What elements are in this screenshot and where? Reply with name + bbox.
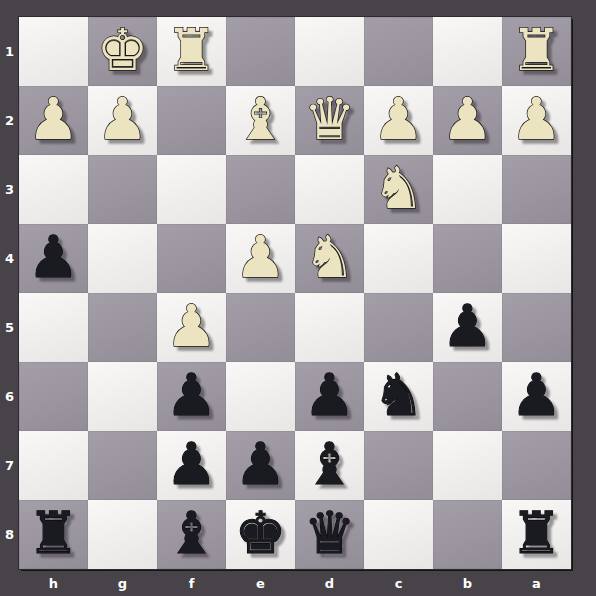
square-g3[interactable] bbox=[88, 155, 157, 224]
square-g8[interactable] bbox=[88, 500, 157, 569]
square-f7[interactable]: ♟ bbox=[157, 431, 226, 500]
square-f6[interactable]: ♟ bbox=[157, 362, 226, 431]
square-c7[interactable] bbox=[364, 431, 433, 500]
file-label-a: a bbox=[502, 570, 571, 596]
white-king-g1[interactable]: ♚ bbox=[97, 21, 149, 79]
black-rook-h8[interactable]: ♜ bbox=[28, 504, 80, 562]
square-a2[interactable]: ♟ bbox=[502, 86, 571, 155]
square-e3[interactable] bbox=[226, 155, 295, 224]
rank-labels: 12345678 bbox=[0, 17, 19, 569]
white-pawn-c2[interactable]: ♟ bbox=[373, 90, 425, 148]
white-rook-a1[interactable]: ♜ bbox=[511, 21, 563, 79]
square-c6[interactable]: ♞ bbox=[364, 362, 433, 431]
square-e5[interactable] bbox=[226, 293, 295, 362]
rank-label-2: 2 bbox=[0, 86, 19, 155]
rank-label-1: 1 bbox=[0, 17, 19, 86]
square-f5[interactable]: ♟ bbox=[157, 293, 226, 362]
square-e6[interactable] bbox=[226, 362, 295, 431]
square-g7[interactable] bbox=[88, 431, 157, 500]
rank-label-8: 8 bbox=[0, 500, 19, 569]
black-pawn-d6[interactable]: ♟ bbox=[304, 366, 356, 424]
file-label-g: g bbox=[88, 570, 157, 596]
rank-label-5: 5 bbox=[0, 293, 19, 362]
square-b8[interactable] bbox=[433, 500, 502, 569]
square-c5[interactable] bbox=[364, 293, 433, 362]
black-pawn-a6[interactable]: ♟ bbox=[511, 366, 563, 424]
file-label-b: b bbox=[433, 570, 502, 596]
file-label-f: f bbox=[157, 570, 226, 596]
white-pawn-g2[interactable]: ♟ bbox=[97, 90, 149, 148]
square-h8[interactable]: ♜ bbox=[19, 500, 88, 569]
square-h5[interactable] bbox=[19, 293, 88, 362]
square-e7[interactable]: ♟ bbox=[226, 431, 295, 500]
square-f1[interactable]: ♜ bbox=[157, 17, 226, 86]
file-label-c: c bbox=[364, 570, 433, 596]
square-g5[interactable] bbox=[88, 293, 157, 362]
square-h1[interactable] bbox=[19, 17, 88, 86]
square-c1[interactable] bbox=[364, 17, 433, 86]
white-pawn-e4[interactable]: ♟ bbox=[235, 228, 287, 286]
square-c8[interactable] bbox=[364, 500, 433, 569]
square-d4[interactable]: ♞ bbox=[295, 224, 364, 293]
rank-label-4: 4 bbox=[0, 224, 19, 293]
square-c2[interactable]: ♟ bbox=[364, 86, 433, 155]
square-g6[interactable] bbox=[88, 362, 157, 431]
black-pawn-f7[interactable]: ♟ bbox=[166, 435, 218, 493]
rank-label-7: 7 bbox=[0, 431, 19, 500]
white-knight-c3[interactable]: ♞ bbox=[373, 159, 425, 217]
square-b2[interactable]: ♟ bbox=[433, 86, 502, 155]
square-d7[interactable]: ♝ bbox=[295, 431, 364, 500]
file-label-e: e bbox=[226, 570, 295, 596]
square-a8[interactable]: ♜ bbox=[502, 500, 571, 569]
black-pawn-f6[interactable]: ♟ bbox=[166, 366, 218, 424]
black-king-e8[interactable]: ♚ bbox=[235, 504, 287, 562]
file-label-h: h bbox=[19, 570, 88, 596]
black-queen-d8[interactable]: ♛ bbox=[304, 504, 356, 562]
black-pawn-b5[interactable]: ♟ bbox=[442, 297, 494, 355]
square-f8[interactable]: ♝ bbox=[157, 500, 226, 569]
square-f4[interactable] bbox=[157, 224, 226, 293]
square-h7[interactable] bbox=[19, 431, 88, 500]
black-knight-c6[interactable]: ♞ bbox=[373, 366, 425, 424]
square-h6[interactable] bbox=[19, 362, 88, 431]
square-b1[interactable] bbox=[433, 17, 502, 86]
black-pawn-e7[interactable]: ♟ bbox=[235, 435, 287, 493]
square-e4[interactable]: ♟ bbox=[226, 224, 295, 293]
square-a1[interactable]: ♜ bbox=[502, 17, 571, 86]
square-b3[interactable] bbox=[433, 155, 502, 224]
white-knight-d4[interactable]: ♞ bbox=[304, 228, 356, 286]
square-a6[interactable]: ♟ bbox=[502, 362, 571, 431]
square-b7[interactable] bbox=[433, 431, 502, 500]
square-h2[interactable]: ♟ bbox=[19, 86, 88, 155]
square-a3[interactable] bbox=[502, 155, 571, 224]
square-b4[interactable] bbox=[433, 224, 502, 293]
white-pawn-f5[interactable]: ♟ bbox=[166, 297, 218, 355]
square-g4[interactable] bbox=[88, 224, 157, 293]
square-e8[interactable]: ♚ bbox=[226, 500, 295, 569]
chessboard-frame: 12345678 ♚♜♜♟♟♝♛♟♟♟♞♟♟♞♟♟♟♟♞♟♟♟♝♜♝♚♛♜ hg… bbox=[0, 0, 596, 596]
square-d5[interactable] bbox=[295, 293, 364, 362]
black-pawn-h4[interactable]: ♟ bbox=[28, 228, 80, 286]
square-h4[interactable]: ♟ bbox=[19, 224, 88, 293]
square-a5[interactable] bbox=[502, 293, 571, 362]
file-labels: hgfedcba bbox=[19, 570, 571, 596]
board: ♚♜♜♟♟♝♛♟♟♟♞♟♟♞♟♟♟♟♞♟♟♟♝♜♝♚♛♜ bbox=[19, 17, 571, 569]
square-g2[interactable]: ♟ bbox=[88, 86, 157, 155]
rank-label-6: 6 bbox=[0, 362, 19, 431]
white-pawn-h2[interactable]: ♟ bbox=[28, 90, 80, 148]
square-a7[interactable] bbox=[502, 431, 571, 500]
white-queen-d2[interactable]: ♛ bbox=[304, 90, 356, 148]
square-f3[interactable] bbox=[157, 155, 226, 224]
black-rook-a8[interactable]: ♜ bbox=[511, 504, 563, 562]
square-d3[interactable] bbox=[295, 155, 364, 224]
white-pawn-b2[interactable]: ♟ bbox=[442, 90, 494, 148]
square-c4[interactable] bbox=[364, 224, 433, 293]
white-pawn-a2[interactable]: ♟ bbox=[511, 90, 563, 148]
square-e1[interactable] bbox=[226, 17, 295, 86]
square-b5[interactable]: ♟ bbox=[433, 293, 502, 362]
square-d2[interactable]: ♛ bbox=[295, 86, 364, 155]
square-d8[interactable]: ♛ bbox=[295, 500, 364, 569]
black-bishop-f8[interactable]: ♝ bbox=[166, 504, 218, 562]
square-f2[interactable] bbox=[157, 86, 226, 155]
square-b6[interactable] bbox=[433, 362, 502, 431]
square-d1[interactable] bbox=[295, 17, 364, 86]
square-h3[interactable] bbox=[19, 155, 88, 224]
file-label-d: d bbox=[295, 570, 364, 596]
square-a4[interactable] bbox=[502, 224, 571, 293]
square-d6[interactable]: ♟ bbox=[295, 362, 364, 431]
white-rook-f1[interactable]: ♜ bbox=[166, 21, 218, 79]
square-c3[interactable]: ♞ bbox=[364, 155, 433, 224]
square-g1[interactable]: ♚ bbox=[88, 17, 157, 86]
white-bishop-e2[interactable]: ♝ bbox=[235, 90, 287, 148]
square-e2[interactable]: ♝ bbox=[226, 86, 295, 155]
rank-label-3: 3 bbox=[0, 155, 19, 224]
black-bishop-d7[interactable]: ♝ bbox=[304, 435, 356, 493]
